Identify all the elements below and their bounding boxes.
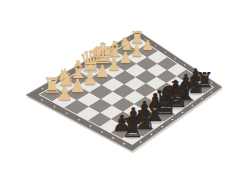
frame-coordinate-mark	[112, 137, 114, 139]
piece-black-rook-a8: ♜	[121, 113, 144, 143]
frame-coordinate-mark	[66, 113, 68, 115]
frame-coordinate-mark	[78, 119, 80, 121]
chess-board: ♜♞♟♟♝♟♚♟♛♟♝♟♟♞♜♟♟♜♞♟♟♝♟♚♟♛♟♝♟♞♟♜	[0, 0, 236, 177]
frame-coordinate-mark	[123, 143, 125, 145]
frame-coordinate-mark	[101, 131, 103, 133]
frame-coordinate-mark	[165, 52, 166, 53]
frame-coordinate-mark	[41, 99, 42, 100]
frame-coordinate-mark	[175, 58, 176, 59]
frame-coordinate-mark	[155, 45, 156, 46]
frame-coordinate-mark	[90, 125, 92, 127]
chess-set-photo: ♜♞♟♟♝♟♚♟♛♟♝♟♟♞♜♟♟♜♞♟♟♝♟♚♟♛♟♝♟♞♟♜	[0, 0, 236, 177]
frame-coordinate-mark	[54, 106, 55, 107]
piece-white-pawn-a2: ♟	[56, 82, 73, 105]
frame-coordinate-mark	[184, 64, 185, 65]
